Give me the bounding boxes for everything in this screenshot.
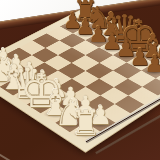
piece-white-rook-h1[interactable]: ♜ xyxy=(70,106,101,141)
piece-black-pawn-g7[interactable]: ♟ xyxy=(144,52,160,76)
piece-black-pawn-h7[interactable]: ♟ xyxy=(159,60,160,84)
chess-set-photo: ♜♞♝♛♚♝♞♜♟♟♟♟♟♟♟♟♟♟♟♟♟♟♟♟♜♞♝♛♚♝♞♜ xyxy=(0,0,160,160)
